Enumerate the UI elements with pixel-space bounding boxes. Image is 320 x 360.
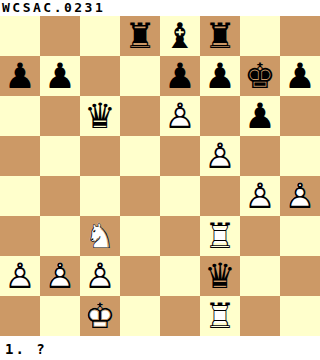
square-a2[interactable]: ♟♙ (0, 256, 40, 296)
black-queen-icon: ♛ (200, 256, 240, 296)
black-rook-icon: ♜ (120, 16, 160, 56)
square-g7[interactable]: ♚ (240, 56, 280, 96)
square-a6[interactable] (0, 96, 40, 136)
square-a1[interactable] (0, 296, 40, 336)
square-f4[interactable] (200, 176, 240, 216)
square-c5[interactable] (80, 136, 120, 176)
square-d6[interactable] (120, 96, 160, 136)
square-d5[interactable] (120, 136, 160, 176)
square-f1[interactable]: ♜♖ (200, 296, 240, 336)
square-b4[interactable] (40, 176, 80, 216)
black-king-icon: ♚ (240, 56, 280, 96)
square-e5[interactable] (160, 136, 200, 176)
square-b8[interactable] (40, 16, 80, 56)
black-pawn-icon: ♟ (200, 56, 240, 96)
square-b7[interactable]: ♟ (40, 56, 80, 96)
square-e6[interactable]: ♟♙ (160, 96, 200, 136)
square-b6[interactable] (40, 96, 80, 136)
puzzle-screen: WCSAC.0231 ♜♝♜♟♟♟♟♚♟♛♟♙♟♟♙♟♙♟♙♞♘♜♖♟♙♟♙♟♙… (0, 0, 320, 360)
square-f2[interactable]: ♛ (200, 256, 240, 296)
puzzle-title: WCSAC.0231 (0, 0, 320, 16)
white-king-icon: ♚♔ (80, 296, 120, 336)
square-a7[interactable]: ♟ (0, 56, 40, 96)
square-c6[interactable]: ♛ (80, 96, 120, 136)
square-g5[interactable] (240, 136, 280, 176)
square-a5[interactable] (0, 136, 40, 176)
square-c4[interactable] (80, 176, 120, 216)
square-h4[interactable]: ♟♙ (280, 176, 320, 216)
square-d2[interactable] (120, 256, 160, 296)
chess-board: ♜♝♜♟♟♟♟♚♟♛♟♙♟♟♙♟♙♟♙♞♘♜♖♟♙♟♙♟♙♛♚♔♜♖ (0, 16, 320, 336)
square-e1[interactable] (160, 296, 200, 336)
white-pawn-icon: ♟♙ (40, 256, 80, 296)
white-pawn-icon: ♟♙ (200, 136, 240, 176)
square-b5[interactable] (40, 136, 80, 176)
square-a3[interactable] (0, 216, 40, 256)
square-f6[interactable] (200, 96, 240, 136)
black-rook-icon: ♜ (200, 16, 240, 56)
white-pawn-icon: ♟♙ (160, 96, 200, 136)
white-knight-icon: ♞♘ (80, 216, 120, 256)
square-b1[interactable] (40, 296, 80, 336)
square-e4[interactable] (160, 176, 200, 216)
square-b3[interactable] (40, 216, 80, 256)
white-rook-icon: ♜♖ (200, 216, 240, 256)
square-d4[interactable] (120, 176, 160, 216)
move-prompt: 1. ? (0, 336, 320, 360)
square-h6[interactable] (280, 96, 320, 136)
black-pawn-icon: ♟ (240, 96, 280, 136)
square-g1[interactable] (240, 296, 280, 336)
white-pawn-icon: ♟♙ (280, 176, 320, 216)
square-d1[interactable] (120, 296, 160, 336)
square-f8[interactable]: ♜ (200, 16, 240, 56)
square-h8[interactable] (280, 16, 320, 56)
square-a4[interactable] (0, 176, 40, 216)
square-e8[interactable]: ♝ (160, 16, 200, 56)
square-e3[interactable] (160, 216, 200, 256)
square-h1[interactable] (280, 296, 320, 336)
square-a8[interactable] (0, 16, 40, 56)
square-h2[interactable] (280, 256, 320, 296)
square-c3[interactable]: ♞♘ (80, 216, 120, 256)
square-g6[interactable]: ♟ (240, 96, 280, 136)
black-pawn-icon: ♟ (40, 56, 80, 96)
square-g3[interactable] (240, 216, 280, 256)
square-h5[interactable] (280, 136, 320, 176)
square-e7[interactable]: ♟ (160, 56, 200, 96)
square-c8[interactable] (80, 16, 120, 56)
black-pawn-icon: ♟ (160, 56, 200, 96)
square-e2[interactable] (160, 256, 200, 296)
square-c1[interactable]: ♚♔ (80, 296, 120, 336)
square-c2[interactable]: ♟♙ (80, 256, 120, 296)
square-f7[interactable]: ♟ (200, 56, 240, 96)
black-queen-icon: ♛ (80, 96, 120, 136)
white-pawn-icon: ♟♙ (240, 176, 280, 216)
black-pawn-icon: ♟ (280, 56, 320, 96)
square-b2[interactable]: ♟♙ (40, 256, 80, 296)
square-g8[interactable] (240, 16, 280, 56)
white-pawn-icon: ♟♙ (0, 256, 40, 296)
white-pawn-icon: ♟♙ (80, 256, 120, 296)
square-h7[interactable]: ♟ (280, 56, 320, 96)
square-d8[interactable]: ♜ (120, 16, 160, 56)
square-f5[interactable]: ♟♙ (200, 136, 240, 176)
square-c7[interactable] (80, 56, 120, 96)
black-bishop-icon: ♝ (160, 16, 200, 56)
square-g2[interactable] (240, 256, 280, 296)
black-pawn-icon: ♟ (0, 56, 40, 96)
square-d3[interactable] (120, 216, 160, 256)
square-d7[interactable] (120, 56, 160, 96)
square-g4[interactable]: ♟♙ (240, 176, 280, 216)
square-h3[interactable] (280, 216, 320, 256)
square-f3[interactable]: ♜♖ (200, 216, 240, 256)
white-rook-icon: ♜♖ (200, 296, 240, 336)
